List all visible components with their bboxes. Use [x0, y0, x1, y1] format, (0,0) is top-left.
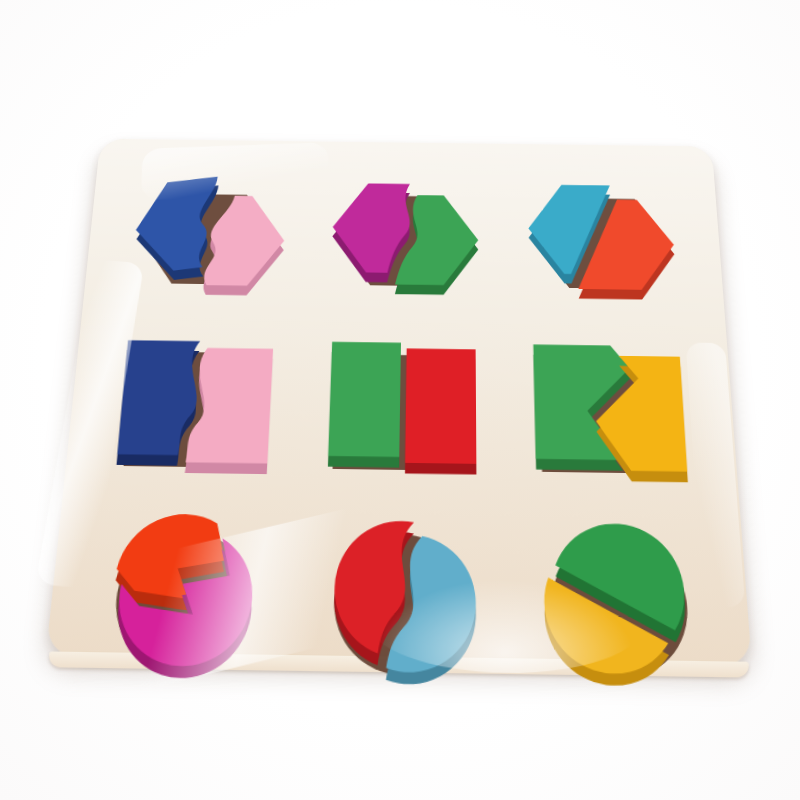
- puzzle-cell-hexagon-1: [106, 154, 306, 312]
- product-photo-scene: [0, 0, 800, 800]
- puzzle-cell-square-2: [299, 320, 502, 495]
- puzzle-cell-circle-1: [68, 497, 290, 690]
- puzzle-cell-hexagon-2: [307, 157, 500, 315]
- puzzle-board: [46, 139, 752, 665]
- puzzle-cell-circle-3: [511, 503, 729, 697]
- puzzle-cell-square-1: [88, 317, 299, 491]
- puzzle-piece-red-half[interactable]: [405, 349, 476, 475]
- hexagon-2-shape: [307, 157, 500, 315]
- puzzle-cell-circle-2: [291, 500, 505, 693]
- hexagon-3-shape: [505, 159, 701, 318]
- hexagon-1-shape: [106, 154, 306, 312]
- square-2-shape: [299, 320, 502, 495]
- circle-1-shape: [68, 497, 290, 690]
- square-1-shape: [88, 317, 299, 491]
- circle-2-shape: [291, 500, 505, 693]
- circle-3-shape: [511, 503, 729, 697]
- puzzle-grid: [46, 139, 752, 665]
- puzzle-piece-green-half[interactable]: [328, 342, 401, 468]
- square-3-shape: [508, 323, 714, 498]
- puzzle-cell-square-3: [508, 323, 714, 498]
- puzzle-cell-hexagon-3: [505, 159, 701, 318]
